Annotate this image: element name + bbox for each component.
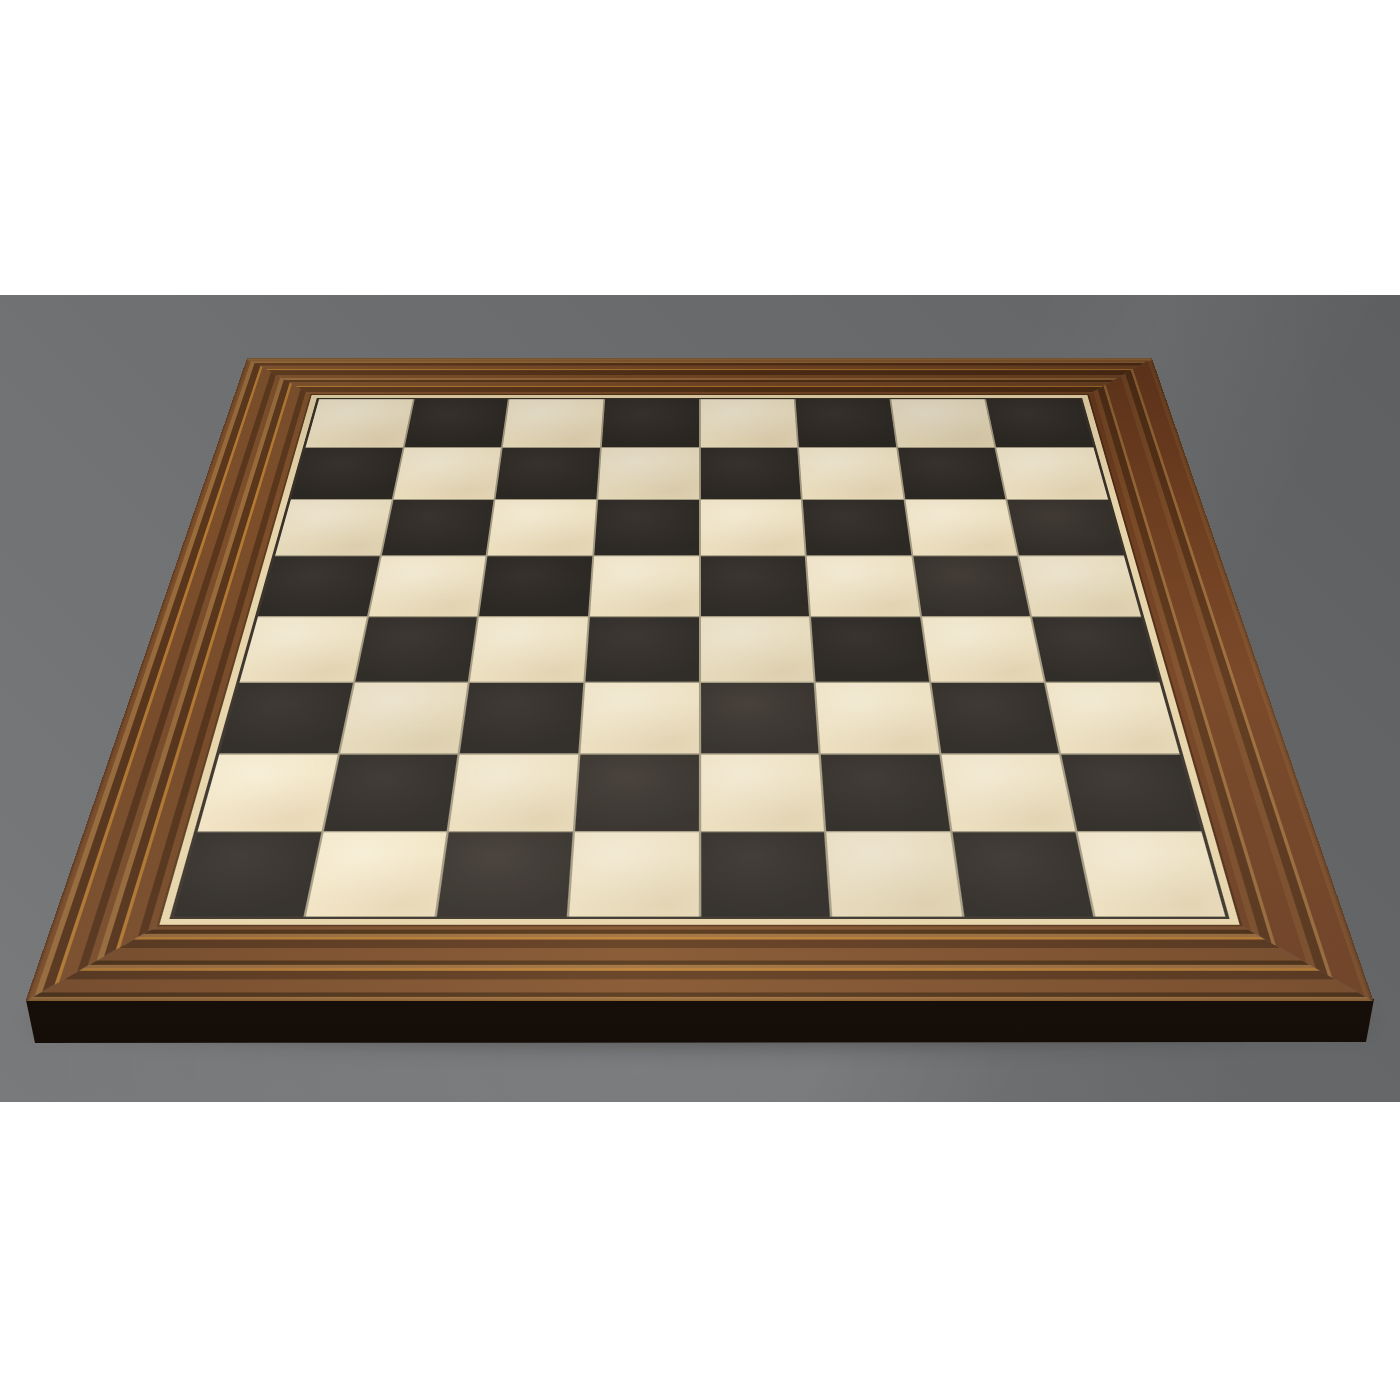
square-e2 — [701, 754, 825, 831]
square-h7 — [997, 448, 1108, 499]
square-e5 — [700, 556, 809, 616]
square-f2 — [821, 754, 950, 831]
board-surface — [159, 395, 1239, 925]
square-g5 — [913, 556, 1030, 616]
square-c7 — [496, 448, 600, 499]
square-e6 — [700, 500, 804, 555]
square-d2 — [575, 754, 699, 831]
square-d7 — [598, 448, 699, 499]
square-f1 — [826, 833, 961, 917]
square-b4 — [355, 617, 477, 682]
square-g3 — [931, 683, 1059, 753]
board-field — [169, 398, 1229, 919]
square-f5 — [807, 556, 920, 616]
square-b3 — [340, 683, 468, 753]
square-h4 — [1032, 617, 1159, 682]
square-h6 — [1008, 500, 1124, 555]
square-g2 — [941, 754, 1075, 831]
square-c3 — [460, 683, 583, 753]
square-f8 — [796, 399, 896, 447]
frame-rail-near — [25, 925, 1373, 1001]
square-g7 — [898, 448, 1006, 499]
letterbox-top — [0, 0, 1400, 295]
square-e4 — [701, 617, 814, 682]
screenshot-canvas — [0, 0, 1400, 1400]
frame-far-edge-highlight — [246, 358, 1153, 361]
square-b7 — [393, 448, 501, 499]
square-g6 — [905, 500, 1017, 555]
square-a7 — [291, 448, 402, 499]
square-a6 — [275, 500, 391, 555]
square-f4 — [811, 617, 929, 682]
photo-backdrop — [0, 295, 1400, 1102]
square-a8 — [306, 399, 413, 447]
square-f7 — [799, 448, 903, 499]
square-a1 — [174, 833, 321, 917]
square-c8 — [503, 399, 603, 447]
chess-board — [25, 358, 1373, 1001]
square-g4 — [922, 617, 1044, 682]
square-a2 — [198, 754, 338, 831]
square-d4 — [585, 617, 698, 682]
square-c5 — [479, 556, 592, 616]
square-h2 — [1062, 754, 1202, 831]
square-h1 — [1078, 833, 1225, 917]
square-c4 — [470, 617, 588, 682]
square-f6 — [803, 500, 911, 555]
square-b6 — [382, 500, 494, 555]
square-h5 — [1020, 556, 1141, 616]
square-e3 — [701, 683, 819, 753]
frame-rail-far — [234, 358, 1164, 395]
square-g1 — [952, 833, 1093, 917]
square-d6 — [594, 500, 698, 555]
letterbox-bottom — [0, 1102, 1400, 1400]
square-d8 — [602, 399, 699, 447]
square-e1 — [701, 833, 830, 917]
square-b5 — [369, 556, 486, 616]
square-g8 — [891, 399, 995, 447]
square-b2 — [323, 754, 457, 831]
square-a5 — [258, 556, 379, 616]
square-a4 — [240, 617, 367, 682]
square-c1 — [437, 833, 572, 917]
square-f3 — [816, 683, 939, 753]
square-h8 — [986, 399, 1093, 447]
square-b1 — [305, 833, 446, 917]
square-h3 — [1046, 683, 1179, 753]
square-e8 — [700, 399, 797, 447]
square-c6 — [488, 500, 596, 555]
square-a3 — [220, 683, 353, 753]
square-e7 — [700, 448, 801, 499]
square-b8 — [404, 399, 508, 447]
square-d5 — [590, 556, 699, 616]
square-c2 — [449, 754, 578, 831]
square-d3 — [580, 683, 698, 753]
square-d1 — [569, 833, 698, 917]
